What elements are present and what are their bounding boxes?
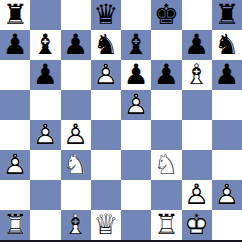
square-h3[interactable] xyxy=(212,150,242,180)
square-f1[interactable]: ♜♖ xyxy=(151,210,181,240)
piece-white-pawn[interactable]: ♟♙ xyxy=(33,121,58,149)
piece-black-king[interactable]: ♚ xyxy=(154,1,179,29)
square-a5[interactable] xyxy=(0,90,30,120)
square-a4[interactable] xyxy=(0,120,30,150)
piece-white-pawn[interactable]: ♟♙ xyxy=(124,91,149,119)
piece-white-queen[interactable]: ♛♕ xyxy=(93,211,118,239)
square-c7[interactable]: ♟ xyxy=(61,30,91,60)
piece-outline: ♙ xyxy=(63,120,88,150)
piece-black-rook[interactable]: ♜ xyxy=(214,1,239,29)
square-f5[interactable] xyxy=(151,90,181,120)
square-c2[interactable] xyxy=(61,180,91,210)
piece-outline: ♙ xyxy=(33,120,58,150)
square-b7[interactable]: ♝ xyxy=(30,30,60,60)
square-g2[interactable]: ♟♙ xyxy=(182,180,212,210)
piece-black-pawn[interactable]: ♟ xyxy=(154,61,179,89)
square-g8[interactable] xyxy=(182,0,212,30)
piece-black-rook[interactable]: ♜ xyxy=(3,1,28,29)
piece-black-pawn[interactable]: ♟ xyxy=(184,31,209,59)
piece-outline: ♗ xyxy=(63,210,88,240)
square-f6[interactable]: ♟ xyxy=(151,60,181,90)
piece-outline: ♘ xyxy=(63,150,88,180)
piece-white-pawn[interactable]: ♟♙ xyxy=(3,151,28,179)
square-f8[interactable]: ♚ xyxy=(151,0,181,30)
square-c3[interactable]: ♞♘ xyxy=(61,150,91,180)
square-g4[interactable] xyxy=(182,120,212,150)
piece-black-pawn[interactable]: ♟ xyxy=(63,31,88,59)
piece-outline: ♔ xyxy=(184,210,209,240)
square-d5[interactable] xyxy=(91,90,121,120)
square-g5[interactable] xyxy=(182,90,212,120)
piece-black-bishop[interactable]: ♝ xyxy=(33,31,58,59)
piece-white-pawn[interactable]: ♟♙ xyxy=(184,181,209,209)
square-g7[interactable]: ♟ xyxy=(182,30,212,60)
square-a8[interactable]: ♜ xyxy=(0,0,30,30)
square-b3[interactable] xyxy=(30,150,60,180)
piece-outline: ♙ xyxy=(184,180,209,210)
square-e3[interactable] xyxy=(121,150,151,180)
piece-outline: ♖ xyxy=(154,210,179,240)
square-e5[interactable]: ♟♙ xyxy=(121,90,151,120)
piece-black-bishop[interactable]: ♝ xyxy=(124,31,149,59)
piece-black-pawn[interactable]: ♟ xyxy=(214,61,239,89)
square-a1[interactable]: ♜♖ xyxy=(0,210,30,240)
square-d2[interactable] xyxy=(91,180,121,210)
piece-black-pawn[interactable]: ♟ xyxy=(3,31,28,59)
square-b6[interactable]: ♟ xyxy=(30,60,60,90)
square-e8[interactable] xyxy=(121,0,151,30)
square-e2[interactable] xyxy=(121,180,151,210)
square-d7[interactable]: ♞ xyxy=(91,30,121,60)
piece-outline: ♘ xyxy=(154,150,179,180)
square-h6[interactable]: ♟ xyxy=(212,60,242,90)
piece-white-rook[interactable]: ♜♖ xyxy=(3,211,28,239)
square-c6[interactable] xyxy=(61,60,91,90)
square-d8[interactable]: ♛ xyxy=(91,0,121,30)
square-b8[interactable] xyxy=(30,0,60,30)
piece-outline: ♙ xyxy=(214,180,239,210)
piece-white-knight[interactable]: ♞♘ xyxy=(154,151,179,179)
piece-white-rook[interactable]: ♜♖ xyxy=(154,211,179,239)
square-b1[interactable] xyxy=(30,210,60,240)
square-h4[interactable] xyxy=(212,120,242,150)
square-e1[interactable] xyxy=(121,210,151,240)
chess-board: ♜♛♚♜♟♝♟♞♝♟♞♟♟♙♟♟♝♗♟♟♙♟♙♟♙♟♙♞♘♞♘♟♙♟♙♜♖♝♗♛… xyxy=(0,0,242,242)
piece-black-knight[interactable]: ♞ xyxy=(214,31,239,59)
square-e7[interactable]: ♝ xyxy=(121,30,151,60)
piece-white-king[interactable]: ♚♔ xyxy=(184,211,209,239)
square-g1[interactable]: ♚♔ xyxy=(182,210,212,240)
piece-outline: ♙ xyxy=(93,60,118,90)
square-f7[interactable] xyxy=(151,30,181,60)
piece-black-knight[interactable]: ♞ xyxy=(93,31,118,59)
square-d1[interactable]: ♛♕ xyxy=(91,210,121,240)
square-b4[interactable]: ♟♙ xyxy=(30,120,60,150)
piece-outline: ♙ xyxy=(124,90,149,120)
piece-outline: ♙ xyxy=(3,150,28,180)
piece-outline: ♖ xyxy=(3,210,28,240)
square-h5[interactable] xyxy=(212,90,242,120)
piece-white-bishop[interactable]: ♝♗ xyxy=(63,211,88,239)
square-f3[interactable]: ♞♘ xyxy=(151,150,181,180)
square-h8[interactable]: ♜ xyxy=(212,0,242,30)
square-c1[interactable]: ♝♗ xyxy=(61,210,91,240)
piece-white-pawn[interactable]: ♟♙ xyxy=(63,121,88,149)
piece-white-pawn[interactable]: ♟♙ xyxy=(214,181,239,209)
square-e4[interactable] xyxy=(121,120,151,150)
square-d3[interactable] xyxy=(91,150,121,180)
square-b5[interactable] xyxy=(30,90,60,120)
piece-outline: ♕ xyxy=(93,210,118,240)
square-h7[interactable]: ♞ xyxy=(212,30,242,60)
square-h1[interactable] xyxy=(212,210,242,240)
square-g3[interactable] xyxy=(182,150,212,180)
square-e6[interactable]: ♟ xyxy=(121,60,151,90)
square-b2[interactable] xyxy=(30,180,60,210)
piece-black-pawn[interactable]: ♟ xyxy=(124,61,149,89)
square-h2[interactable]: ♟♙ xyxy=(212,180,242,210)
square-d6[interactable]: ♟♙ xyxy=(91,60,121,90)
piece-black-queen[interactable]: ♛ xyxy=(93,1,118,29)
square-a6[interactable] xyxy=(0,60,30,90)
piece-outline: ♗ xyxy=(184,60,209,90)
square-c5[interactable] xyxy=(61,90,91,120)
piece-black-pawn[interactable]: ♟ xyxy=(33,61,58,89)
piece-white-bishop[interactable]: ♝♗ xyxy=(184,61,209,89)
square-a2[interactable] xyxy=(0,180,30,210)
square-a7[interactable]: ♟ xyxy=(0,30,30,60)
square-d4[interactable] xyxy=(91,120,121,150)
square-c4[interactable]: ♟♙ xyxy=(61,120,91,150)
square-a3[interactable]: ♟♙ xyxy=(0,150,30,180)
square-f2[interactable] xyxy=(151,180,181,210)
square-g6[interactable]: ♝♗ xyxy=(182,60,212,90)
piece-white-knight[interactable]: ♞♘ xyxy=(63,151,88,179)
piece-white-pawn[interactable]: ♟♙ xyxy=(93,61,118,89)
square-f4[interactable] xyxy=(151,120,181,150)
square-c8[interactable] xyxy=(61,0,91,30)
